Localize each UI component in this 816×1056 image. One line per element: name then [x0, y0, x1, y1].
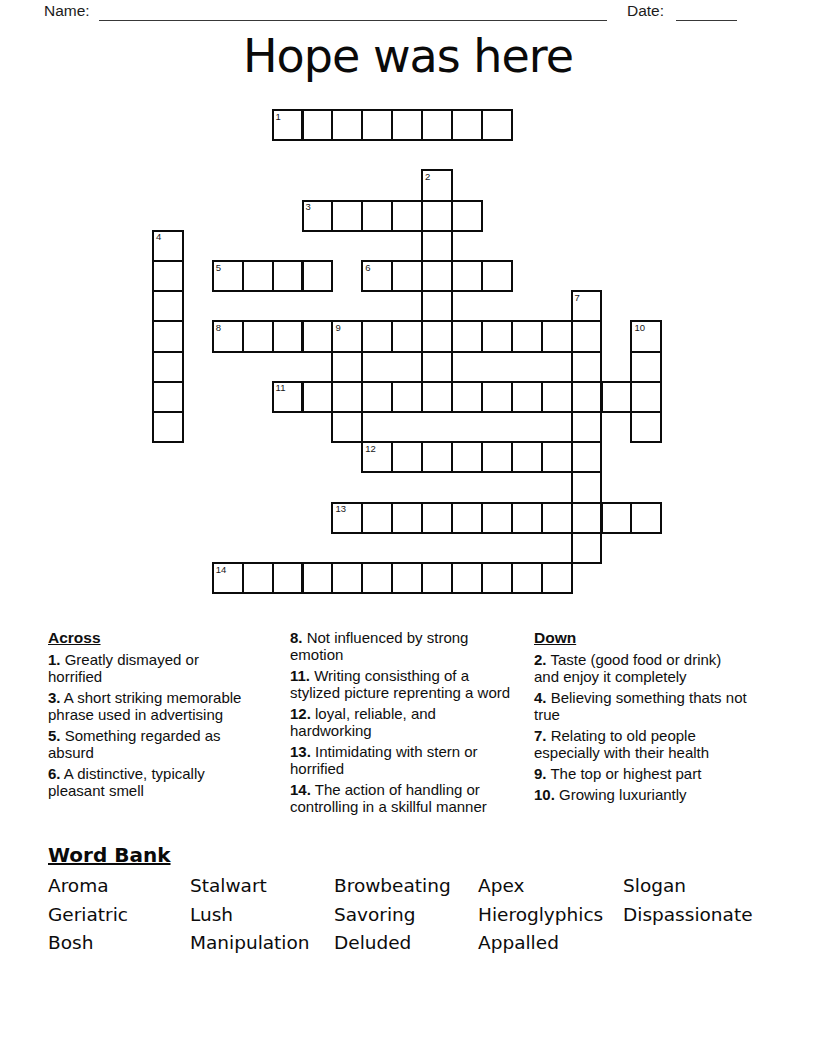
clue-8: 8. Not influenced by strong emotion [290, 629, 514, 663]
grid-cell-r13c13[interactable] [541, 502, 573, 534]
grid-cell-r3c8[interactable] [391, 200, 423, 232]
grid-cell-r7c11[interactable] [481, 320, 513, 352]
cell-number-11: 11 [276, 383, 286, 393]
grid-cell-r5c10[interactable] [451, 260, 483, 292]
name-label: Name: [44, 2, 90, 20]
word-bank-word-appalled: Appalled [478, 931, 623, 954]
down-header: Down [534, 629, 748, 646]
cell-number-9: 9 [335, 323, 340, 333]
grid-cell-r5c0[interactable] [152, 260, 184, 292]
grid-cell-r7c6[interactable]: 9 [331, 320, 363, 352]
clue-5: 5. Something regarded as absurd [48, 727, 248, 761]
cell-number-8: 8 [216, 323, 221, 333]
grid-cell-r11c12[interactable] [511, 441, 543, 473]
grid-cell-r7c16[interactable]: 10 [630, 320, 662, 352]
grid-cell-r8c6[interactable] [331, 351, 363, 383]
grid-cell-r13c16[interactable] [630, 502, 662, 534]
cell-number-10: 10 [634, 323, 645, 333]
grid-cell-r9c5[interactable] [302, 381, 334, 413]
word-bank-word-deluded: Deluded [334, 931, 478, 954]
cell-number-6: 6 [365, 263, 370, 273]
grid-cell-r11c13[interactable] [541, 441, 573, 473]
grid-cell-r13c6[interactable]: 13 [331, 502, 363, 534]
grid-cell-r6c9[interactable] [421, 290, 453, 322]
puzzle-title: Hope was here [0, 30, 816, 82]
grid-cell-r13c10[interactable] [451, 502, 483, 534]
grid-cell-r11c10[interactable] [451, 441, 483, 473]
grid-cell-r3c10[interactable] [451, 200, 483, 232]
word-bank-word-hieroglyphics: Hieroglyphics [478, 903, 623, 926]
grid-cell-r15c2[interactable]: 14 [212, 562, 244, 594]
grid-cell-r9c7[interactable] [361, 381, 393, 413]
grid-cell-r14c14[interactable] [571, 532, 603, 564]
grid-cell-r11c14[interactable] [571, 441, 603, 473]
grid-cell-r13c9[interactable] [421, 502, 453, 534]
grid-cell-r13c15[interactable] [601, 502, 633, 534]
grid-cell-r13c14[interactable] [571, 502, 603, 534]
grid-cell-r7c2[interactable]: 8 [212, 320, 244, 352]
word-bank-word-browbeating: Browbeating [334, 874, 478, 897]
grid-cell-r9c9[interactable] [421, 381, 453, 413]
grid-cell-r9c11[interactable] [481, 381, 513, 413]
name-blank-line[interactable] [99, 20, 607, 21]
word-bank-word-geriatric: Geriatric [48, 903, 190, 926]
grid-cell-r9c15[interactable] [601, 381, 633, 413]
grid-cell-r5c11[interactable] [481, 260, 513, 292]
word-bank-header: Word Bank [48, 843, 171, 867]
clue-11: 11. Writing consisthing of a stylized pi… [290, 667, 514, 701]
grid-cell-r0c4[interactable]: 1 [272, 109, 304, 141]
grid-cell-r8c16[interactable] [630, 351, 662, 383]
word-bank-word-savoring: Savoring [334, 903, 478, 926]
grid-cell-r11c9[interactable] [421, 441, 453, 473]
grid-cell-r0c9[interactable] [421, 109, 453, 141]
across-header: Across [48, 629, 248, 646]
grid-cell-r15c8[interactable] [391, 562, 423, 594]
grid-cell-r11c8[interactable] [391, 441, 423, 473]
grid-cell-r5c7[interactable]: 6 [361, 260, 393, 292]
grid-cell-r8c14[interactable] [571, 351, 603, 383]
word-bank-list: AromaStalwartBrowbeatingApexSloganGeriat… [48, 874, 788, 960]
grid-cell-r0c10[interactable] [451, 109, 483, 141]
clue-1: 1. Greatly dismayed or horrified [48, 651, 248, 685]
crossword-grid: 1234567891011121314 [152, 109, 664, 597]
grid-cell-r15c10[interactable] [451, 562, 483, 594]
word-bank-word-slogan: Slogan [623, 874, 773, 897]
across-clues-column-2: 8. Not influenced by strong emotion11. W… [290, 629, 514, 819]
down-clues-column: Down 2. Taste (good food or drink) and e… [534, 629, 748, 807]
grid-cell-r0c5[interactable] [302, 109, 334, 141]
clue-13: 13. Intimidating with stern or horrified [290, 743, 514, 777]
grid-cell-r3c9[interactable] [421, 200, 453, 232]
word-bank-word-dispassionate: Dispassionate [623, 903, 773, 926]
grid-cell-r11c11[interactable] [481, 441, 513, 473]
grid-cell-r6c0[interactable] [152, 290, 184, 322]
grid-cell-r5c8[interactable] [391, 260, 423, 292]
grid-cell-r10c16[interactable] [630, 411, 662, 443]
grid-cell-r15c11[interactable] [481, 562, 513, 594]
clue-14: 14. The action of handling or controllin… [290, 781, 514, 815]
cell-number-13: 13 [335, 504, 346, 514]
grid-cell-r9c16[interactable] [630, 381, 662, 413]
grid-cell-r3c6[interactable] [331, 200, 363, 232]
grid-cell-r7c14[interactable] [571, 320, 603, 352]
grid-cell-r7c8[interactable] [391, 320, 423, 352]
clue-6: 6. A distinctive, typically pleasant sme… [48, 765, 248, 799]
grid-cell-r15c6[interactable] [331, 562, 363, 594]
grid-cell-r15c13[interactable] [541, 562, 573, 594]
grid-cell-r7c0[interactable] [152, 320, 184, 352]
grid-cell-r8c0[interactable] [152, 351, 184, 383]
word-bank-word-lush: Lush [190, 903, 334, 926]
grid-cell-r3c7[interactable] [361, 200, 393, 232]
grid-cell-r15c3[interactable] [242, 562, 274, 594]
grid-cell-r10c6[interactable] [331, 411, 363, 443]
grid-cell-r15c5[interactable] [302, 562, 334, 594]
grid-cell-r7c7[interactable] [361, 320, 393, 352]
grid-cell-r2c9[interactable]: 2 [421, 169, 453, 201]
grid-cell-r6c14[interactable]: 7 [571, 290, 603, 322]
grid-cell-r10c14[interactable] [571, 411, 603, 443]
grid-cell-r10c0[interactable] [152, 411, 184, 443]
grid-cell-r9c4[interactable]: 11 [272, 381, 304, 413]
grid-cell-r7c9[interactable] [421, 320, 453, 352]
grid-cell-r5c2[interactable]: 5 [212, 260, 244, 292]
word-bank-word-apex: Apex [478, 874, 623, 897]
grid-cell-r9c12[interactable] [511, 381, 543, 413]
grid-cell-r7c5[interactable] [302, 320, 334, 352]
across-clues-column-1: Across 1. Greatly dismayed or horrified3… [48, 629, 248, 803]
grid-cell-r4c0[interactable]: 4 [152, 230, 184, 262]
grid-cell-r5c3[interactable] [242, 260, 274, 292]
grid-cell-r13c7[interactable] [361, 502, 393, 534]
grid-cell-r7c12[interactable] [511, 320, 543, 352]
grid-cell-r0c11[interactable] [481, 109, 513, 141]
word-bank-word-stalwart: Stalwart [190, 874, 334, 897]
grid-cell-r3c5[interactable]: 3 [302, 200, 334, 232]
grid-cell-r9c0[interactable] [152, 381, 184, 413]
grid-cell-r9c14[interactable] [571, 381, 603, 413]
cell-number-1: 1 [276, 112, 281, 122]
grid-cell-r12c14[interactable] [571, 471, 603, 503]
clue-9: 9. The top or highest part [534, 765, 748, 782]
clue-10: 10. Growing luxuriantly [534, 786, 748, 803]
cell-number-14: 14 [216, 565, 227, 575]
clue-7: 7. Relating to old people especially wit… [534, 727, 748, 761]
grid-cell-r7c4[interactable] [272, 320, 304, 352]
grid-cell-r15c7[interactable] [361, 562, 393, 594]
grid-cell-r9c13[interactable] [541, 381, 573, 413]
clue-3: 3. A short striking memorable phrase use… [48, 689, 248, 723]
clue-2: 2. Taste (good food or drink) and enjoy … [534, 651, 748, 685]
cell-number-12: 12 [365, 444, 376, 454]
grid-cell-r9c10[interactable] [451, 381, 483, 413]
grid-cell-r15c4[interactable] [272, 562, 304, 594]
date-blank-line[interactable] [676, 20, 737, 21]
grid-cell-r4c9[interactable] [421, 230, 453, 262]
cell-number-7: 7 [575, 293, 580, 303]
cell-number-2: 2 [425, 172, 430, 182]
grid-cell-r15c9[interactable] [421, 562, 453, 594]
grid-cell-r8c9[interactable] [421, 351, 453, 383]
grid-cell-r13c11[interactable] [481, 502, 513, 534]
grid-cell-r0c8[interactable] [391, 109, 423, 141]
grid-cell-r5c4[interactable] [272, 260, 304, 292]
cell-number-3: 3 [306, 202, 311, 212]
grid-cell-r7c10[interactable] [451, 320, 483, 352]
date-label: Date: [627, 2, 664, 20]
clue-12: 12. loyal, reliable, and hardworking [290, 705, 514, 739]
grid-cell-r7c13[interactable] [541, 320, 573, 352]
clue-4: 4. Believing something thats not true [534, 689, 748, 723]
grid-cell-r0c7[interactable] [361, 109, 393, 141]
grid-cell-r15c12[interactable] [511, 562, 543, 594]
word-bank-word-aroma: Aroma [48, 874, 190, 897]
grid-cell-r11c7[interactable]: 12 [361, 441, 393, 473]
grid-cell-r9c6[interactable] [331, 381, 363, 413]
cell-number-4: 4 [156, 232, 161, 242]
word-bank-word-manipulation: Manipulation [190, 931, 334, 954]
grid-cell-r13c12[interactable] [511, 502, 543, 534]
grid-cell-r5c5[interactable] [302, 260, 334, 292]
grid-cell-r9c8[interactable] [391, 381, 423, 413]
grid-cell-r0c6[interactable] [331, 109, 363, 141]
grid-cell-r5c9[interactable] [421, 260, 453, 292]
grid-cell-r7c3[interactable] [242, 320, 274, 352]
word-bank-word-bosh: Bosh [48, 931, 190, 954]
grid-cell-r13c8[interactable] [391, 502, 423, 534]
cell-number-5: 5 [216, 263, 221, 273]
